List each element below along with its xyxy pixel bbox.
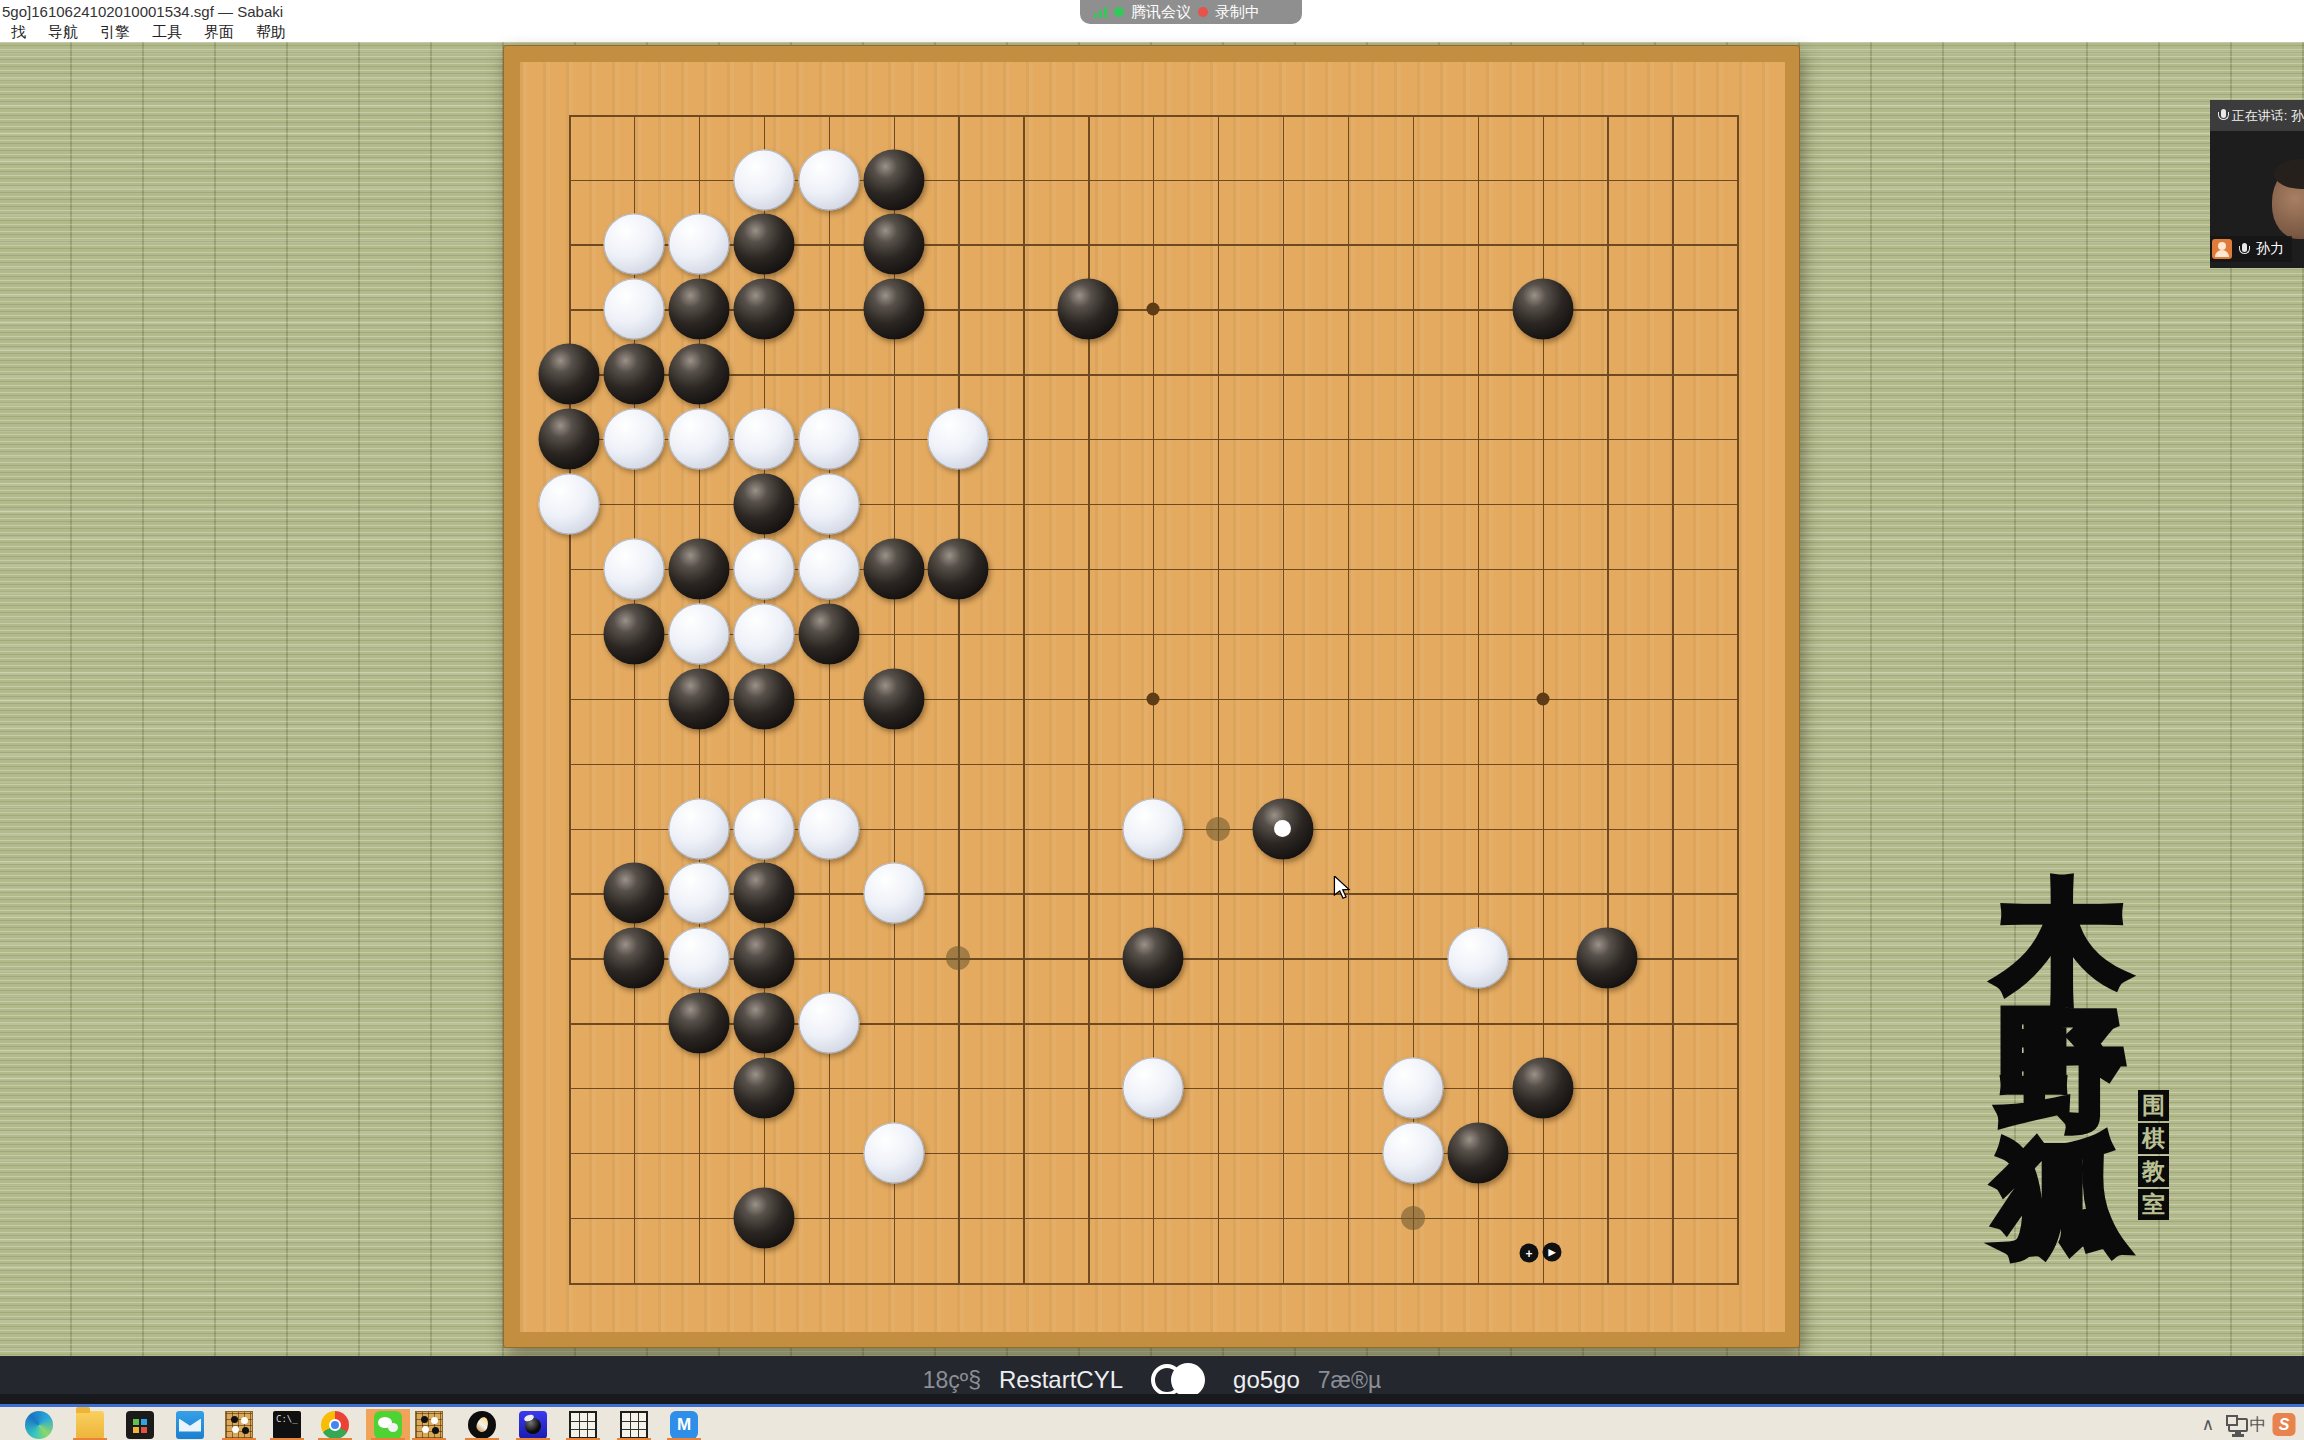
stone-black[interactable] [863,538,924,599]
stone-black[interactable] [733,993,794,1054]
grid-line-horizontal [569,1283,1739,1285]
flame-icon [468,1411,496,1439]
stone-black[interactable] [798,603,859,664]
blue-m-icon: M [670,1411,698,1439]
black-player-name: RestartCYL [999,1366,1123,1394]
webcam-video[interactable]: 孙力 [2210,131,2304,268]
seal-sub-characters: 围棋教室 [2138,1090,2169,1220]
speaking-label: 正在讲话: 孙 [2232,107,2304,125]
stone-white[interactable] [733,538,794,599]
stone-white[interactable] [668,798,729,859]
taskbar-board-grid-2[interactable] [612,1409,656,1440]
seal-sub-char: 教 [2138,1156,2169,1187]
seal-sub-char: 围 [2138,1090,2169,1121]
stone-white[interactable] [1382,1058,1443,1119]
go-classroom-seal: 木野狐 围棋教室 [1966,878,2211,1303]
stone-white[interactable] [733,409,794,470]
taskbar-go-board-2[interactable] [407,1409,451,1440]
ms-store-icon [126,1411,154,1439]
stone-white[interactable] [1447,928,1508,989]
taskbar-go-blue[interactable] [511,1409,555,1440]
taskbar-blue-m[interactable]: M [662,1409,706,1440]
grid-line-vertical [1218,115,1219,1285]
tray-sogou[interactable]: S [2273,1409,2296,1440]
go-board-2-icon [415,1411,443,1439]
stone-white[interactable] [863,1123,924,1184]
mail-icon [176,1411,204,1439]
terminal-icon [273,1411,301,1439]
hoshi-point [1536,692,1549,705]
recording-status: 录制中 [1215,3,1260,22]
meeting-green-dot-icon [1114,7,1124,17]
stone-black[interactable] [668,538,729,599]
stone-black[interactable] [668,279,729,340]
stone-black[interactable] [733,1058,794,1119]
stone-black[interactable] [1058,279,1119,340]
stone-black[interactable] [1577,928,1638,989]
ghost-marker-dot [946,946,970,970]
stone-black[interactable] [733,279,794,340]
stone-black[interactable] [603,603,664,664]
stone-white[interactable] [863,863,924,924]
stone-black[interactable] [603,928,664,989]
stone-white[interactable] [798,993,859,1054]
stone-black[interactable] [863,214,924,275]
taskbar-mail[interactable] [168,1409,212,1440]
stone-black[interactable] [733,668,794,729]
grid-line-vertical [1672,115,1673,1285]
stone-white[interactable] [668,863,729,924]
stone-black[interactable] [603,344,664,405]
webcam-speaker-header: 正在讲话: 孙 [2210,100,2304,131]
display-icon [2228,1418,2248,1432]
stone-black[interactable] [863,668,924,729]
mic-icon [2219,109,2223,122]
go-board-1-icon [225,1411,253,1439]
stone-white[interactable] [928,409,989,470]
edge-icon [25,1411,53,1439]
grid-line-vertical [1478,115,1479,1285]
stone-black[interactable] [1512,1058,1573,1119]
white-stone-ball-icon [1171,1363,1205,1397]
meeting-recording-pill[interactable]: 腾讯会议 录制中 [1080,0,1302,24]
stone-black[interactable] [539,409,600,470]
tray-display[interactable] [2228,1409,2248,1440]
meeting-app-name: 腾讯会议 [1131,3,1191,22]
seal-sub-char: 室 [2138,1189,2169,1220]
taskbar-file-explorer[interactable] [68,1409,112,1440]
board-grid-1-icon [569,1411,597,1439]
taskbar-flame[interactable] [460,1409,504,1440]
stone-white[interactable] [603,214,664,275]
stone-black[interactable] [668,344,729,405]
hoshi-point [1147,303,1160,316]
screen: 5go]1610624102010001534.sgf — Sabaki 找导航… [0,0,2304,1440]
grid-line-horizontal [569,1153,1739,1154]
taskbar-go-board-1[interactable] [217,1409,261,1440]
stone-black[interactable] [668,668,729,729]
stone-white[interactable] [668,603,729,664]
stone-white[interactable] [1123,798,1184,859]
stone-black[interactable] [733,1187,794,1248]
window-title: 5go]1610624102010001534.sgf — Sabaki [2,3,283,20]
menu-item-5[interactable]: 界面 [193,22,245,42]
menu-item-3[interactable]: 引擎 [89,22,141,42]
wechat-icon [374,1411,402,1439]
stone-white[interactable] [733,603,794,664]
stone-white[interactable] [733,798,794,859]
stone-black[interactable] [1447,1123,1508,1184]
go-blue-icon [519,1411,547,1439]
grid-line-vertical [1283,115,1284,1285]
stone-black[interactable] [733,928,794,989]
turn-toggle[interactable] [1151,1363,1205,1397]
white-player-name: go5go [1233,1366,1300,1394]
add-button[interactable]: + [1520,1244,1539,1263]
participant-label: 孙力 [2210,236,2292,262]
tray-ime-zh[interactable]: 中 [2250,1409,2267,1440]
stone-white[interactable] [603,409,664,470]
person-badge-icon [2212,239,2232,259]
stone-white[interactable] [539,474,600,535]
seal-main-characters: 木野狐 [1972,878,2152,1258]
last-move-marker [1274,820,1291,837]
ghost-marker-dot [1206,817,1230,841]
stone-black[interactable] [1252,798,1313,859]
taskbar-chrome[interactable] [313,1409,357,1440]
stone-white[interactable] [798,798,859,859]
stone-black[interactable] [733,214,794,275]
grid-line-vertical [1737,115,1739,1285]
go-board[interactable] [503,45,1800,1348]
stone-white[interactable] [668,214,729,275]
stone-white[interactable] [668,409,729,470]
play-button[interactable]: ▶ [1543,1243,1562,1262]
stone-black[interactable] [1512,279,1573,340]
board-grid-2-icon [620,1411,648,1439]
sogou-icon: S [2273,1413,2296,1436]
menu-item-1[interactable]: 找 [0,22,37,42]
grid-line-horizontal [569,764,1739,765]
grid-line-vertical [1607,115,1608,1285]
file-explorer-icon [76,1411,104,1439]
stone-black[interactable] [863,149,924,210]
stone-white[interactable] [798,538,859,599]
stone-white[interactable] [1382,1123,1443,1184]
taskbar-board-grid-1[interactable] [561,1409,605,1440]
hoshi-point [1147,692,1160,705]
stone-white[interactable] [603,279,664,340]
menu-item-6[interactable]: 帮助 [245,22,297,42]
black-player-rank: 18çº§ [923,1367,981,1394]
taskbar-terminal[interactable] [265,1409,309,1440]
stone-black[interactable] [603,863,664,924]
stone-black[interactable] [863,279,924,340]
stone-black[interactable] [668,993,729,1054]
stone-white[interactable] [1123,1058,1184,1119]
stone-black[interactable] [1123,928,1184,989]
stone-black[interactable] [928,538,989,599]
stone-black[interactable] [733,474,794,535]
tray-chevron-up[interactable]: ∧ [2202,1409,2214,1440]
stone-black[interactable] [539,344,600,405]
stone-white[interactable] [733,149,794,210]
recording-red-dot-icon [1198,7,1208,17]
participant-face [2272,165,2304,239]
player-status-bar: 18çº§ RestartCYL go5go 7æ®µ [0,1356,2304,1404]
stone-white[interactable] [603,538,664,599]
webcam-panel[interactable]: 正在讲话: 孙 孙力 [2210,100,2304,268]
signal-bars-icon [1094,6,1107,18]
taskbar: M∧中S [0,1404,2304,1440]
stone-white[interactable] [798,409,859,470]
menu-bar: 找导航引擎工具界面帮助 [0,22,2304,42]
seal-sub-char: 棋 [2138,1123,2169,1154]
mouse-cursor [1332,876,1352,900]
stone-white[interactable] [668,928,729,989]
stone-black[interactable] [733,863,794,924]
white-player-rank: 7æ®µ [1318,1367,1381,1394]
stone-white[interactable] [798,474,859,535]
go-board-surface[interactable] [520,62,1785,1332]
participant-name: 孙力 [2256,240,2284,258]
chrome-icon [321,1411,349,1439]
taskbar-wechat[interactable] [366,1409,410,1440]
taskbar-edge[interactable] [17,1409,61,1440]
taskbar-ms-store[interactable] [118,1409,162,1440]
mic-icon [2240,243,2248,256]
ghost-marker-dot [1401,1206,1425,1230]
menu-item-4[interactable]: 工具 [141,22,193,42]
menu-item-2[interactable]: 导航 [37,22,89,42]
stone-white[interactable] [798,149,859,210]
grid-line-vertical [1348,115,1349,1285]
